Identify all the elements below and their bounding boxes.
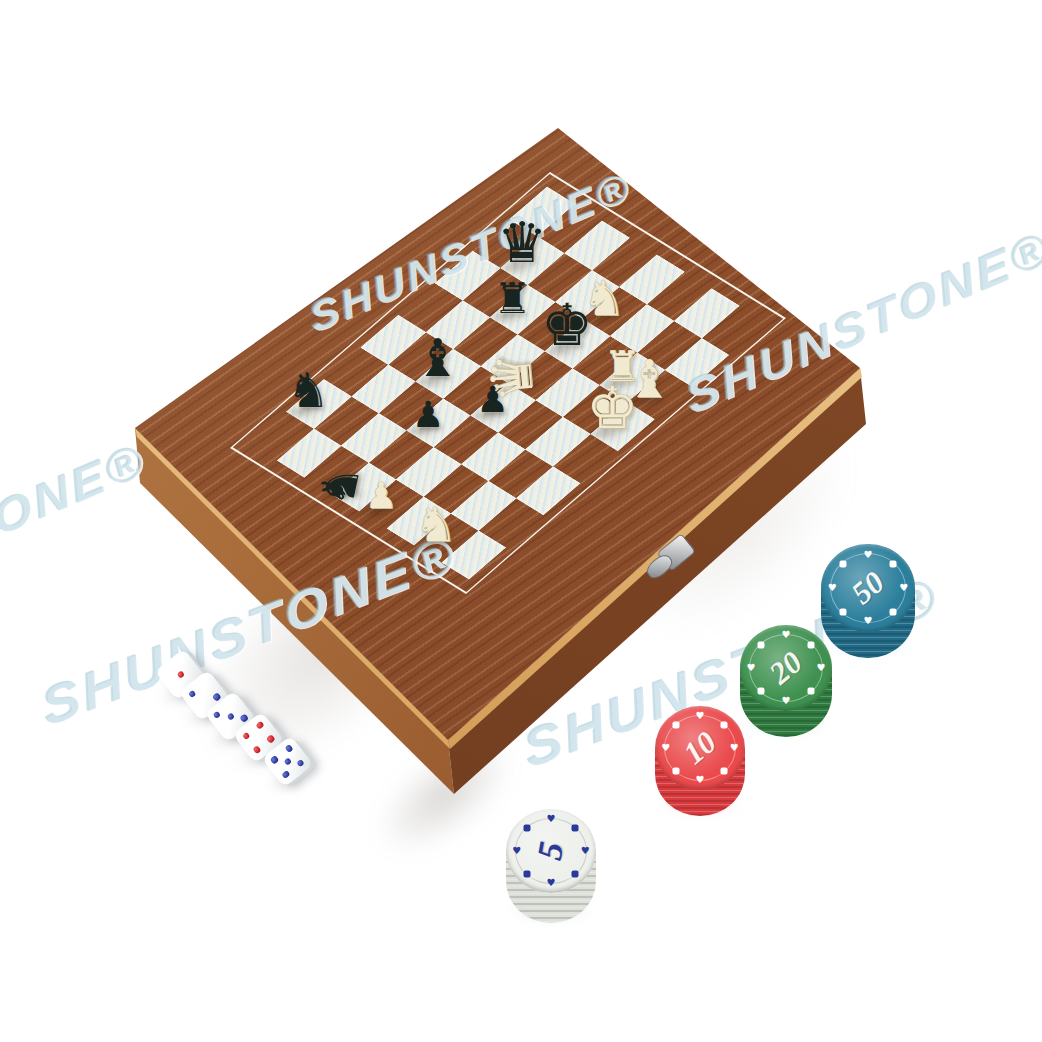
chip-edge-mark: ♥ (864, 550, 873, 560)
chip-edge-mark (572, 870, 579, 877)
chip-edge-mark (890, 561, 897, 568)
die-pip (239, 713, 248, 722)
chip-edge-mark (758, 641, 765, 648)
chip-edge-mark (721, 767, 728, 774)
die-pip (187, 689, 196, 698)
chip-edge-mark: ♥ (782, 696, 791, 706)
die-pip (252, 744, 261, 753)
chip-edge-mark: ♥ (782, 630, 791, 640)
product-photo: SHUNSTONE®SHUNSTONE®SHUNSTONE®SHUNSTONE®… (0, 0, 1042, 1042)
die-pip (265, 734, 274, 743)
chip-edge-mark: ♥ (864, 616, 873, 626)
chip-edge-mark (523, 825, 530, 832)
chip-edge-mark: ♥ (547, 878, 556, 888)
die-pip (241, 731, 250, 740)
chip-edge-mark (807, 641, 814, 648)
chess-piece-white-knight[interactable]: ♞ (406, 500, 466, 548)
chip-edge-mark: ♥ (696, 775, 705, 785)
die-pip (282, 756, 291, 765)
chip-edge-mark: ♥ (747, 663, 756, 673)
chess-piece-white-king[interactable]: ♚ (582, 379, 642, 437)
die-pip (255, 720, 264, 729)
chip-edge-mark: ♥ (730, 743, 739, 753)
chip-edge-mark (758, 688, 765, 695)
chip-edge-mark: ♥ (696, 711, 705, 721)
chip-edge-mark: ♥ (816, 663, 825, 673)
chip-edge-mark: ♥ (547, 814, 556, 824)
chess-piece-black-pawn[interactable]: ♟ (398, 397, 458, 433)
chess-piece-black-king[interactable]: ♚ (537, 296, 597, 354)
chess-piece-black-rook[interactable]: ♜ (482, 278, 542, 320)
die-pip (212, 692, 221, 701)
chip-edge-mark (721, 722, 728, 729)
die-pip (295, 758, 304, 767)
chess-piece-black-bishop[interactable]: ♝ (408, 332, 468, 384)
chip-edge-mark: ♥ (661, 743, 670, 753)
die-pip (269, 755, 278, 764)
chip-edge-mark (839, 608, 846, 615)
chess-piece-black-pawn[interactable]: ♟ (463, 382, 523, 418)
chess-piece-white-pawn[interactable]: ♟ (351, 478, 411, 514)
chip-edge-mark (672, 767, 679, 774)
die-pip (281, 769, 290, 778)
chip-edge-mark (572, 825, 579, 832)
chip-edge-mark: ♥ (581, 846, 590, 856)
die-pip (225, 711, 234, 720)
chip-edge-mark: ♥ (899, 583, 908, 593)
chip-edge-mark (672, 722, 679, 729)
chess-piece-black-queen[interactable]: ♛ (492, 215, 552, 271)
chip-edge-mark (890, 608, 897, 615)
die-pip (212, 710, 221, 719)
chess-piece-black-knight[interactable]: ♞ (279, 366, 339, 414)
chip-edge-mark (839, 561, 846, 568)
chip-edge-mark (523, 870, 530, 877)
chip-edge-mark: ♥ (828, 583, 837, 593)
chip-edge-mark (807, 688, 814, 695)
die-pip (175, 669, 184, 678)
chip-edge-mark: ♥ (512, 846, 521, 856)
die-pip (284, 743, 293, 752)
watermark-text: SHUNSTONE® (0, 431, 152, 637)
